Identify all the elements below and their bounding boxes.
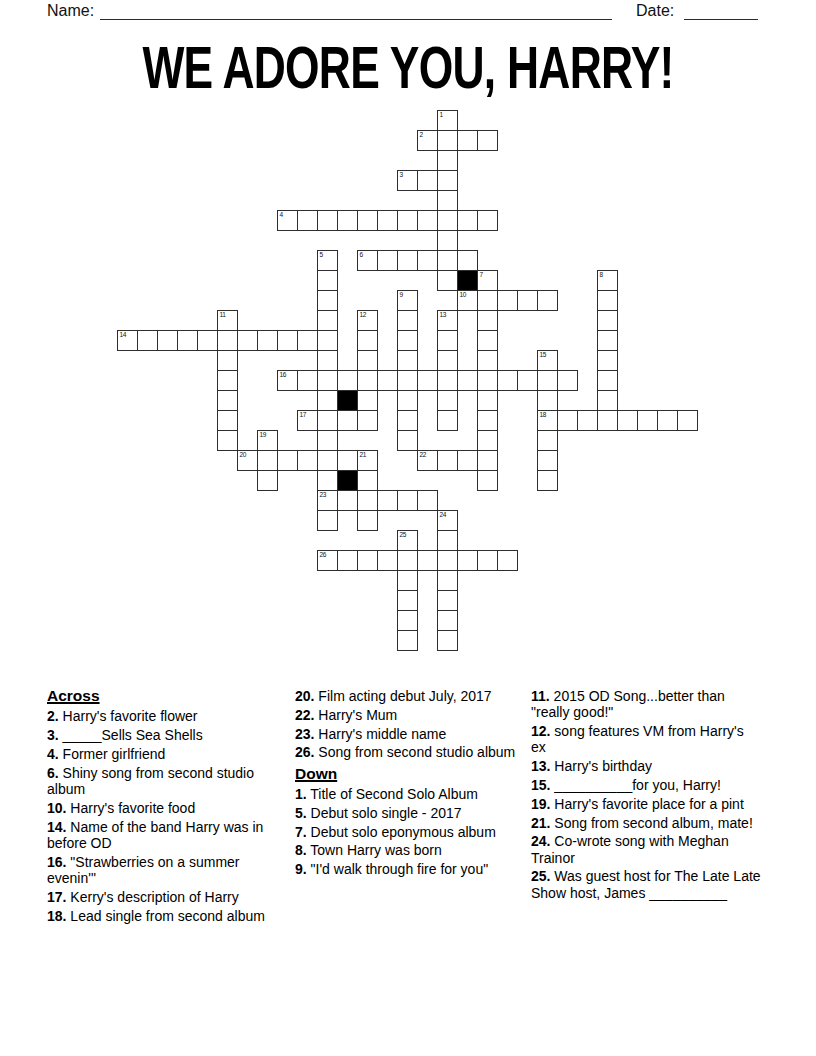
cell-number-17: 17 [300, 411, 307, 418]
cell-r17c10[interactable] [317, 450, 338, 471]
cell-r5c18[interactable] [477, 210, 498, 231]
cell-r10c12[interactable]: 12 [357, 310, 378, 331]
cell-r17c7[interactable] [257, 450, 278, 471]
cell-r13c22[interactable] [557, 370, 578, 391]
cell-r20c12[interactable] [357, 510, 378, 531]
cell-r1c17[interactable] [457, 130, 478, 151]
clue-across-18: 18. Lead single from second album [47, 908, 287, 924]
cell-r7c12[interactable]: 6 [357, 250, 378, 271]
cell-r5c12[interactable] [357, 210, 378, 231]
clue-across-3: 3. _____Sells Sea Shells [47, 727, 287, 743]
cell-r14c14[interactable] [397, 390, 418, 411]
cell-r7c14[interactable] [397, 250, 418, 271]
cell-number-3: 3 [400, 171, 403, 178]
cell-number-9: 9 [400, 291, 403, 298]
cell-r18c21[interactable] [537, 470, 558, 491]
cell-r5c8[interactable]: 4 [277, 210, 298, 231]
cell-r20c16[interactable]: 24 [437, 510, 458, 531]
clue-across-23: 23. Harry's middle name [295, 726, 517, 742]
cell-r15c12[interactable] [357, 410, 378, 431]
name-label: Name: [47, 2, 94, 20]
cell-r18c12[interactable] [357, 470, 378, 491]
crossword-grid: 1234567891011121314151617181920212223242… [117, 110, 698, 651]
cell-r13c14[interactable] [397, 370, 418, 391]
cell-r0c16[interactable]: 1 [437, 110, 458, 131]
clue-across-17: 17. Kerry's description of Harry [47, 889, 287, 905]
cell-number-2: 2 [420, 131, 423, 138]
clue-down-8: 8. Town Harry was born [295, 842, 517, 858]
clue-across-16: 16. "Strawberries on a summer evenin'" [47, 854, 287, 887]
cell-r1c18[interactable] [477, 130, 498, 151]
cell-r5c13[interactable] [377, 210, 398, 231]
cell-r15c16[interactable] [437, 410, 458, 431]
cell-r5c15[interactable] [417, 210, 438, 231]
cell-r5c17[interactable] [457, 210, 478, 231]
cell-r17c15[interactable]: 22 [417, 450, 438, 471]
cell-r10c5[interactable]: 11 [217, 310, 238, 331]
cell-r11c10[interactable] [317, 330, 338, 351]
cell-r19c11[interactable] [337, 490, 358, 511]
cell-r9c24[interactable] [597, 290, 618, 311]
cell-r7c16[interactable] [437, 250, 458, 271]
cell-r5c9[interactable] [297, 210, 318, 231]
cell-r17c12[interactable]: 21 [357, 450, 378, 471]
cell-r23c14[interactable] [397, 570, 418, 591]
cell-r10c18[interactable] [477, 310, 498, 331]
cell-r22c16[interactable] [437, 550, 458, 571]
cell-r12c10[interactable] [317, 350, 338, 371]
cell-r1c15[interactable]: 2 [417, 130, 438, 151]
cell-r11c4[interactable] [197, 330, 218, 351]
clue-column-3: 11. 2015 OD Song...better than "really g… [531, 688, 761, 904]
cell-r22c15[interactable] [417, 550, 438, 571]
cell-number-10: 10 [460, 291, 467, 298]
cell-r16c7[interactable]: 19 [257, 430, 278, 451]
clue-down-19: 19. Harry's favorite place for a pint [531, 796, 761, 812]
clue-column-1: Across2. Harry's favorite flower3. _____… [47, 688, 287, 926]
cell-r17c17[interactable] [457, 450, 478, 471]
cell-r11c8[interactable] [277, 330, 298, 351]
cell-r8c16[interactable] [437, 270, 458, 291]
cell-number-24: 24 [440, 511, 447, 518]
cell-r13c13[interactable] [377, 370, 398, 391]
cell-r19c12[interactable] [357, 490, 378, 511]
cell-r14c18[interactable] [477, 390, 498, 411]
cell-r17c18[interactable] [477, 450, 498, 471]
cell-r20c10[interactable] [317, 510, 338, 531]
cell-number-14: 14 [120, 331, 127, 338]
cell-r11c1[interactable] [137, 330, 158, 351]
cell-number-16: 16 [280, 371, 287, 378]
clue-down-21: 21. Song from second album, mate! [531, 815, 761, 831]
cell-r13c15[interactable] [417, 370, 438, 391]
cell-r12c5[interactable] [217, 350, 238, 371]
cell-r12c14[interactable] [397, 350, 418, 371]
cell-r9c21[interactable] [537, 290, 558, 311]
cell-r3c16[interactable] [437, 170, 458, 191]
cell-r13c12[interactable] [357, 370, 378, 391]
black-cell-r18c11 [337, 470, 358, 491]
cell-r12c16[interactable] [437, 350, 458, 371]
cell-r25c14[interactable] [397, 610, 418, 631]
cell-r9c19[interactable] [497, 290, 518, 311]
cell-r17c11[interactable] [337, 450, 358, 471]
cell-number-6: 6 [360, 251, 363, 258]
cell-r13c17[interactable] [457, 370, 478, 391]
cell-number-22: 22 [420, 451, 427, 458]
cell-r15c5[interactable] [217, 410, 238, 431]
cell-r17c9[interactable] [297, 450, 318, 471]
cell-r15c26[interactable] [637, 410, 658, 431]
cell-r3c15[interactable] [417, 170, 438, 191]
clue-across-22: 22. Harry's Mum [295, 707, 517, 723]
cell-r22c12[interactable] [357, 550, 378, 571]
cell-number-20: 20 [240, 451, 247, 458]
cell-r4c16[interactable] [437, 190, 458, 211]
across-header: Across [47, 688, 287, 704]
cell-r16c14[interactable] [397, 430, 418, 451]
clue-column-2: 20. Film acting debut July, 201722. Harr… [295, 688, 517, 880]
cell-r16c5[interactable] [217, 430, 238, 451]
cell-r16c10[interactable] [317, 430, 338, 451]
clue-down-9: 9. "I'd walk through fire for you" [295, 861, 517, 877]
cell-r21c14[interactable]: 25 [397, 530, 418, 551]
cell-r13c20[interactable] [517, 370, 538, 391]
cell-r15c24[interactable] [597, 410, 618, 431]
cell-r10c16[interactable]: 13 [437, 310, 458, 331]
clue-down-24: 24. Co-wrote song with Meghan Trainor [531, 833, 761, 866]
clue-across-20: 20. Film acting debut July, 2017 [295, 688, 517, 704]
cell-r17c8[interactable] [277, 450, 298, 471]
cell-r11c18[interactable] [477, 330, 498, 351]
clue-down-11: 11. 2015 OD Song...better than "really g… [531, 688, 761, 721]
cell-r19c14[interactable] [397, 490, 418, 511]
clue-down-12: 12. song features VM from Harry's ex [531, 723, 761, 756]
cell-r5c14[interactable] [397, 210, 418, 231]
cell-r7c15[interactable] [417, 250, 438, 271]
cell-number-21: 21 [360, 451, 367, 458]
cell-number-13: 13 [440, 311, 447, 318]
cell-r25c16[interactable] [437, 610, 458, 631]
cell-r5c16[interactable] [437, 210, 458, 231]
cell-number-7: 7 [480, 271, 483, 278]
cell-r6c16[interactable] [437, 230, 458, 251]
clue-across-10: 10. Harry's favorite food [47, 800, 287, 816]
cell-r13c10[interactable] [317, 370, 338, 391]
cell-r7c13[interactable] [377, 250, 398, 271]
cell-r24c14[interactable] [397, 590, 418, 611]
cell-r11c16[interactable] [437, 330, 458, 351]
cell-r8c24[interactable]: 8 [597, 270, 618, 291]
cell-r9c20[interactable] [517, 290, 538, 311]
cell-r22c10[interactable]: 26 [317, 550, 338, 571]
date-input-line[interactable] [684, 1, 758, 20]
clue-across-4: 4. Former girlfriend [47, 746, 287, 762]
puzzle-title: WE ADORE YOU, HARRY! [106, 33, 710, 102]
cell-r12c24[interactable] [597, 350, 618, 371]
cell-r11c5[interactable] [217, 330, 238, 351]
cell-r9c14[interactable]: 9 [397, 290, 418, 311]
cell-r19c15[interactable] [417, 490, 438, 511]
cell-r18c7[interactable] [257, 470, 278, 491]
clue-down-15: 15. __________for you, Harry! [531, 777, 761, 793]
cell-r17c21[interactable] [537, 450, 558, 471]
cell-r22c13[interactable] [377, 550, 398, 571]
cell-r11c14[interactable] [397, 330, 418, 351]
cell-r13c21[interactable] [537, 370, 558, 391]
cell-r12c21[interactable]: 15 [537, 350, 558, 371]
cell-r15c21[interactable]: 18 [537, 410, 558, 431]
cell-r15c10[interactable] [317, 410, 338, 431]
clue-across-26: 26. Song from second studio album [295, 744, 517, 760]
cell-r7c10[interactable]: 5 [317, 250, 338, 271]
cell-number-4: 4 [280, 211, 283, 218]
cell-r8c18[interactable]: 7 [477, 270, 498, 291]
date-label: Date: [636, 2, 674, 20]
cell-r19c13[interactable] [377, 490, 398, 511]
clue-across-14: 14. Name of the band Harry was in before… [47, 819, 287, 852]
cell-r15c23[interactable] [577, 410, 598, 431]
cell-r9c18[interactable] [477, 290, 498, 311]
cell-r15c11[interactable] [337, 410, 358, 431]
cell-r15c18[interactable] [477, 410, 498, 431]
cell-number-5: 5 [320, 251, 323, 258]
cell-r11c3[interactable] [177, 330, 198, 351]
cell-r7c17[interactable] [457, 250, 478, 271]
cell-r5c10[interactable] [317, 210, 338, 231]
cell-r21c16[interactable] [437, 530, 458, 551]
cell-r23c16[interactable] [437, 570, 458, 591]
cell-number-25: 25 [400, 531, 407, 538]
cell-r18c18[interactable] [477, 470, 498, 491]
down-header: Down [295, 766, 517, 782]
clue-down-5: 5. Debut solo single - 2017 [295, 805, 517, 821]
cell-r26c14[interactable] [397, 630, 418, 651]
cell-r1c16[interactable] [437, 130, 458, 151]
cell-r18c10[interactable] [317, 470, 338, 491]
cell-r2c16[interactable] [437, 150, 458, 171]
cell-r11c6[interactable] [237, 330, 258, 351]
cell-r14c10[interactable] [317, 390, 338, 411]
cell-r22c17[interactable] [457, 550, 478, 571]
cell-r13c24[interactable] [597, 370, 618, 391]
cell-r12c18[interactable] [477, 350, 498, 371]
cell-r11c0[interactable]: 14 [117, 330, 138, 351]
cell-r22c19[interactable] [497, 550, 518, 571]
cell-r13c8[interactable]: 16 [277, 370, 298, 391]
cell-r13c11[interactable] [337, 370, 358, 391]
clue-down-25: 25. Was guest host for The Late Late Sho… [531, 868, 761, 901]
cell-r8c10[interactable] [317, 270, 338, 291]
cell-number-23: 23 [320, 491, 327, 498]
cell-r13c5[interactable] [217, 370, 238, 391]
cell-number-26: 26 [320, 551, 327, 558]
cell-r22c14[interactable] [397, 550, 418, 571]
cell-r10c24[interactable] [597, 310, 618, 331]
cell-r22c11[interactable] [337, 550, 358, 571]
cell-number-12: 12 [360, 311, 367, 318]
cell-r9c17[interactable]: 10 [457, 290, 478, 311]
cell-number-15: 15 [540, 351, 547, 358]
cell-r11c2[interactable] [157, 330, 178, 351]
cell-r13c18[interactable] [477, 370, 498, 391]
cell-r19c10[interactable]: 23 [317, 490, 338, 511]
cell-r16c21[interactable] [537, 430, 558, 451]
cell-r14c21[interactable] [537, 390, 558, 411]
cell-r14c24[interactable] [597, 390, 618, 411]
cell-r12c12[interactable] [357, 350, 378, 371]
black-cell-r14c11 [337, 390, 358, 411]
cell-r15c27[interactable] [657, 410, 678, 431]
cell-r10c10[interactable] [317, 310, 338, 331]
cell-number-18: 18 [540, 411, 547, 418]
clue-down-1: 1. Title of Second Solo Album [295, 786, 517, 802]
cell-r13c19[interactable] [497, 370, 518, 391]
cell-r15c14[interactable] [397, 410, 418, 431]
cell-r13c16[interactable] [437, 370, 458, 391]
black-cell-r8c17 [457, 270, 478, 291]
clue-down-7: 7. Debut solo eponymous album [295, 824, 517, 840]
cell-r15c28[interactable] [677, 410, 698, 431]
cell-number-11: 11 [220, 311, 226, 318]
clue-across-2: 2. Harry's favorite flower [47, 708, 287, 724]
cell-r15c9[interactable]: 17 [297, 410, 318, 431]
name-input-line[interactable] [100, 1, 612, 20]
cell-r17c6[interactable]: 20 [237, 450, 258, 471]
cell-number-8: 8 [600, 271, 603, 278]
cell-r3c14[interactable]: 3 [397, 170, 418, 191]
cell-r15c25[interactable] [617, 410, 638, 431]
cell-number-19: 19 [260, 431, 267, 438]
cell-r17c16[interactable] [437, 450, 458, 471]
cell-r10c14[interactable] [397, 310, 418, 331]
cell-r11c9[interactable] [297, 330, 318, 351]
cell-number-1: 1 [440, 111, 443, 118]
clue-across-6: 6. Shiny song from second studio album [47, 765, 287, 798]
cell-r24c16[interactable] [437, 590, 458, 611]
cell-r16c18[interactable] [477, 430, 498, 451]
cell-r9c10[interactable] [317, 290, 338, 311]
cell-r5c11[interactable] [337, 210, 358, 231]
cell-r14c5[interactable] [217, 390, 238, 411]
clue-down-13: 13. Harry's birthday [531, 758, 761, 774]
cell-r15c22[interactable] [557, 410, 578, 431]
cell-r22c18[interactable] [477, 550, 498, 571]
cell-r14c12[interactable] [357, 390, 378, 411]
cell-r14c16[interactable] [437, 390, 458, 411]
cell-r13c9[interactable] [297, 370, 318, 391]
cell-r26c16[interactable] [437, 630, 458, 651]
cell-r11c24[interactable] [597, 330, 618, 351]
cell-r11c12[interactable] [357, 330, 378, 351]
cell-r11c7[interactable] [257, 330, 278, 351]
